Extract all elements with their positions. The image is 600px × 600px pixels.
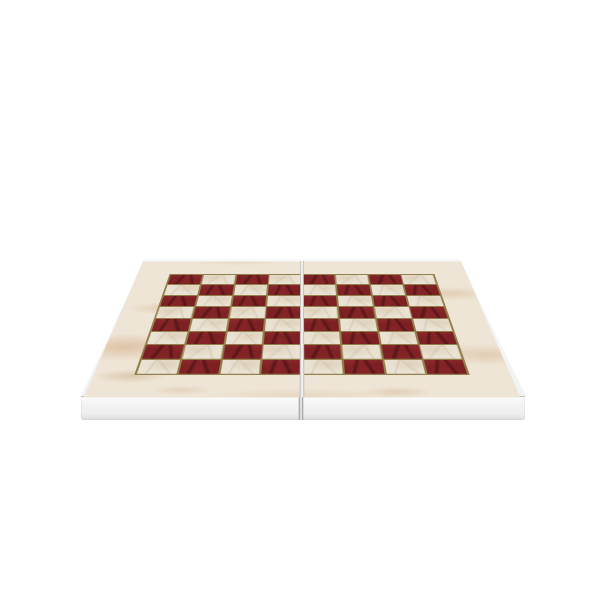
- board-square[interactable]: [263, 345, 301, 358]
- board-square[interactable]: [424, 359, 467, 373]
- board-square[interactable]: [225, 331, 263, 343]
- product-photo-scene: [0, 0, 600, 600]
- board-square[interactable]: [156, 306, 194, 317]
- board-square[interactable]: [137, 359, 180, 373]
- case-front-edge-left: [81, 396, 301, 420]
- board-square[interactable]: [264, 331, 301, 343]
- board-square[interactable]: [168, 274, 202, 283]
- board-square[interactable]: [182, 345, 222, 358]
- board-square[interactable]: [404, 284, 439, 294]
- fold-seam: [300, 261, 305, 397]
- board-square[interactable]: [407, 295, 443, 305]
- board-square[interactable]: [379, 331, 418, 343]
- board-square[interactable]: [232, 295, 267, 305]
- board-square[interactable]: [267, 295, 301, 305]
- board-square[interactable]: [303, 318, 339, 330]
- board-square[interactable]: [377, 318, 415, 330]
- board-square[interactable]: [374, 306, 411, 317]
- board-square[interactable]: [227, 318, 264, 330]
- board-square[interactable]: [371, 284, 406, 294]
- board-top-surface: [84, 261, 521, 397]
- board-square[interactable]: [303, 284, 336, 294]
- board-square[interactable]: [402, 274, 436, 283]
- board-square[interactable]: [410, 306, 448, 317]
- board-square[interactable]: [178, 359, 220, 373]
- board-square[interactable]: [199, 284, 234, 294]
- board-square[interactable]: [164, 284, 199, 294]
- board-square[interactable]: [336, 274, 369, 283]
- board-square[interactable]: [235, 274, 268, 283]
- board-square[interactable]: [190, 318, 228, 330]
- board-square[interactable]: [262, 359, 301, 373]
- board-square[interactable]: [268, 284, 301, 294]
- board-square[interactable]: [338, 295, 373, 305]
- board-square[interactable]: [384, 359, 426, 373]
- board-square[interactable]: [193, 306, 230, 317]
- board-square[interactable]: [342, 345, 381, 358]
- case-front-edge-right: [301, 396, 525, 420]
- board-square[interactable]: [303, 306, 338, 317]
- board-square[interactable]: [413, 318, 452, 330]
- board-square[interactable]: [339, 306, 375, 317]
- board-square[interactable]: [420, 345, 462, 358]
- board-square[interactable]: [341, 331, 379, 343]
- board-square[interactable]: [196, 295, 232, 305]
- board-square[interactable]: [142, 345, 184, 358]
- board-square[interactable]: [234, 284, 268, 294]
- board-square[interactable]: [340, 318, 377, 330]
- board-square[interactable]: [266, 306, 301, 317]
- board-square[interactable]: [303, 331, 340, 343]
- board-square[interactable]: [223, 345, 262, 358]
- board-square[interactable]: [152, 318, 191, 330]
- board-square[interactable]: [343, 359, 384, 373]
- board-square[interactable]: [337, 284, 371, 294]
- board-square[interactable]: [303, 274, 335, 283]
- board-square[interactable]: [303, 295, 337, 305]
- board-square[interactable]: [186, 331, 225, 343]
- board-square[interactable]: [417, 331, 457, 343]
- board-square[interactable]: [230, 306, 266, 317]
- board-square[interactable]: [265, 318, 301, 330]
- board-square[interactable]: [220, 359, 261, 373]
- board-square[interactable]: [369, 274, 403, 283]
- board-square[interactable]: [303, 345, 341, 358]
- board-square[interactable]: [147, 331, 187, 343]
- board-square[interactable]: [303, 359, 342, 373]
- board-square[interactable]: [381, 345, 421, 358]
- board-square[interactable]: [269, 274, 301, 283]
- case-hinge-gap: [298, 396, 304, 420]
- board-square[interactable]: [202, 274, 236, 283]
- board-square[interactable]: [160, 295, 196, 305]
- board-square[interactable]: [372, 295, 408, 305]
